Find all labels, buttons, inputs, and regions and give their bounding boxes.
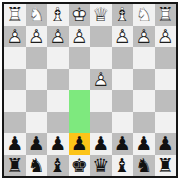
- piece-outline-layer: ♕: [90, 4, 112, 26]
- piece-black-rook[interactable]: ♜: [155, 155, 177, 177]
- square-f7[interactable]: ♟: [47, 133, 69, 155]
- piece-black-pawn[interactable]: ♟: [155, 133, 177, 155]
- piece-black-knight[interactable]: ♞: [26, 155, 48, 177]
- square-c8[interactable]: ♝: [112, 155, 134, 177]
- chess-board: ♜♖♞♘♝♗♚♔♛♕♝♗♞♘♜♖♟♙♟♙♟♙♟♙♟♙♟♙♟♙♟♙♟♟♟♟♟♟♟♟…: [2, 2, 178, 178]
- square-b2[interactable]: ♟♙: [133, 26, 155, 48]
- square-g8[interactable]: ♞: [26, 155, 48, 177]
- square-g7[interactable]: ♟: [26, 133, 48, 155]
- square-g2[interactable]: ♟♙: [26, 26, 48, 48]
- square-a8[interactable]: ♜: [155, 155, 177, 177]
- square-e7[interactable]: ♟: [69, 133, 91, 155]
- piece-outline-layer: ♖: [155, 4, 177, 26]
- square-c4[interactable]: [112, 69, 134, 91]
- piece-outline-layer: ♙: [26, 26, 48, 48]
- square-e6[interactable]: [69, 112, 91, 134]
- piece-black-pawn[interactable]: ♟: [26, 133, 48, 155]
- square-f2[interactable]: ♟♙: [47, 26, 69, 48]
- square-a4[interactable]: [155, 69, 177, 91]
- piece-black-pawn[interactable]: ♟: [47, 133, 69, 155]
- square-b7[interactable]: ♟: [133, 133, 155, 155]
- square-c5[interactable]: [112, 90, 134, 112]
- piece-black-knight[interactable]: ♞: [133, 155, 155, 177]
- square-e2[interactable]: ♟♙: [69, 26, 91, 48]
- piece-white-bishop[interactable]: ♝♗: [112, 4, 134, 26]
- square-g6[interactable]: [26, 112, 48, 134]
- piece-outline-layer: ♙: [90, 69, 112, 91]
- square-b8[interactable]: ♞: [133, 155, 155, 177]
- piece-white-pawn[interactable]: ♟♙: [47, 26, 69, 48]
- piece-outline-layer: ♙: [4, 26, 26, 48]
- square-a7[interactable]: ♟: [155, 133, 177, 155]
- square-a6[interactable]: [155, 112, 177, 134]
- piece-outline-layer: ♗: [47, 4, 69, 26]
- square-e1[interactable]: ♚♔: [69, 4, 91, 26]
- piece-outline-layer: ♙: [47, 26, 69, 48]
- square-e8[interactable]: ♚: [69, 155, 91, 177]
- square-f6[interactable]: [47, 112, 69, 134]
- page-background: ♜♖♞♘♝♗♚♔♛♕♝♗♞♘♜♖♟♙♟♙♟♙♟♙♟♙♟♙♟♙♟♙♟♟♟♟♟♟♟♟…: [0, 0, 180, 180]
- square-c6[interactable]: [112, 112, 134, 134]
- square-c2[interactable]: ♟♙: [112, 26, 134, 48]
- piece-black-queen[interactable]: ♛: [90, 155, 112, 177]
- piece-black-king[interactable]: ♚: [69, 155, 91, 177]
- piece-black-bishop[interactable]: ♝: [112, 155, 134, 177]
- piece-outline-layer: ♙: [155, 26, 177, 48]
- piece-white-pawn[interactable]: ♟♙: [26, 26, 48, 48]
- piece-black-pawn[interactable]: ♟: [90, 133, 112, 155]
- square-b6[interactable]: [133, 112, 155, 134]
- square-c3[interactable]: [112, 47, 134, 69]
- square-d6[interactable]: [90, 112, 112, 134]
- square-h1[interactable]: ♜♖: [4, 4, 26, 26]
- square-g5[interactable]: [26, 90, 48, 112]
- square-h6[interactable]: [4, 112, 26, 134]
- square-b5[interactable]: [133, 90, 155, 112]
- piece-outline-layer: ♖: [4, 4, 26, 26]
- piece-outline-layer: ♙: [69, 26, 91, 48]
- square-e5[interactable]: [69, 90, 91, 112]
- square-h4[interactable]: [4, 69, 26, 91]
- piece-white-bishop[interactable]: ♝♗: [47, 4, 69, 26]
- square-f1[interactable]: ♝♗: [47, 4, 69, 26]
- piece-outline-layer: ♔: [69, 4, 91, 26]
- piece-outline-layer: ♙: [133, 26, 155, 48]
- square-d5[interactable]: [90, 90, 112, 112]
- piece-white-pawn[interactable]: ♟♙: [90, 69, 112, 91]
- square-d1[interactable]: ♛♕: [90, 4, 112, 26]
- piece-black-pawn[interactable]: ♟: [4, 133, 26, 155]
- piece-black-pawn[interactable]: ♟: [69, 133, 91, 155]
- piece-white-pawn[interactable]: ♟♙: [112, 26, 134, 48]
- piece-black-bishop[interactable]: ♝: [47, 155, 69, 177]
- square-d4[interactable]: ♟♙: [90, 69, 112, 91]
- piece-white-pawn[interactable]: ♟♙: [133, 26, 155, 48]
- piece-black-pawn[interactable]: ♟: [112, 133, 134, 155]
- square-e3[interactable]: [69, 47, 91, 69]
- square-a5[interactable]: [155, 90, 177, 112]
- square-a2[interactable]: ♟♙: [155, 26, 177, 48]
- piece-outline-layer: ♙: [112, 26, 134, 48]
- piece-outline-layer: ♘: [133, 4, 155, 26]
- square-f8[interactable]: ♝: [47, 155, 69, 177]
- piece-black-pawn[interactable]: ♟: [133, 133, 155, 155]
- square-f3[interactable]: [47, 47, 69, 69]
- square-h3[interactable]: [4, 47, 26, 69]
- piece-outline-layer: ♘: [26, 4, 48, 26]
- piece-white-king[interactable]: ♚♔: [69, 4, 91, 26]
- square-g1[interactable]: ♞♘: [26, 4, 48, 26]
- square-h2[interactable]: ♟♙: [4, 26, 26, 48]
- square-a1[interactable]: ♜♖: [155, 4, 177, 26]
- piece-outline-layer: ♗: [112, 4, 134, 26]
- square-f5[interactable]: [47, 90, 69, 112]
- square-g3[interactable]: [26, 47, 48, 69]
- square-a3[interactable]: [155, 47, 177, 69]
- square-b1[interactable]: ♞♘: [133, 4, 155, 26]
- square-b4[interactable]: [133, 69, 155, 91]
- piece-white-queen[interactable]: ♛♕: [90, 4, 112, 26]
- piece-white-rook[interactable]: ♜♖: [4, 4, 26, 26]
- square-d8[interactable]: ♛: [90, 155, 112, 177]
- piece-white-pawn[interactable]: ♟♙: [155, 26, 177, 48]
- square-g4[interactable]: [26, 69, 48, 91]
- piece-white-pawn[interactable]: ♟♙: [4, 26, 26, 48]
- square-b3[interactable]: [133, 47, 155, 69]
- square-h7[interactable]: ♟: [4, 133, 26, 155]
- square-f4[interactable]: [47, 69, 69, 91]
- piece-white-pawn[interactable]: ♟♙: [69, 26, 91, 48]
- square-d3[interactable]: [90, 47, 112, 69]
- piece-white-knight[interactable]: ♞♘: [133, 4, 155, 26]
- square-d7[interactable]: ♟: [90, 133, 112, 155]
- square-c7[interactable]: ♟: [112, 133, 134, 155]
- piece-black-rook[interactable]: ♜: [4, 155, 26, 177]
- piece-white-rook[interactable]: ♜♖: [155, 4, 177, 26]
- square-d2[interactable]: [90, 26, 112, 48]
- square-e4[interactable]: [69, 69, 91, 91]
- square-h5[interactable]: [4, 90, 26, 112]
- piece-white-knight[interactable]: ♞♘: [26, 4, 48, 26]
- square-h8[interactable]: ♜: [4, 155, 26, 177]
- square-c1[interactable]: ♝♗: [112, 4, 134, 26]
